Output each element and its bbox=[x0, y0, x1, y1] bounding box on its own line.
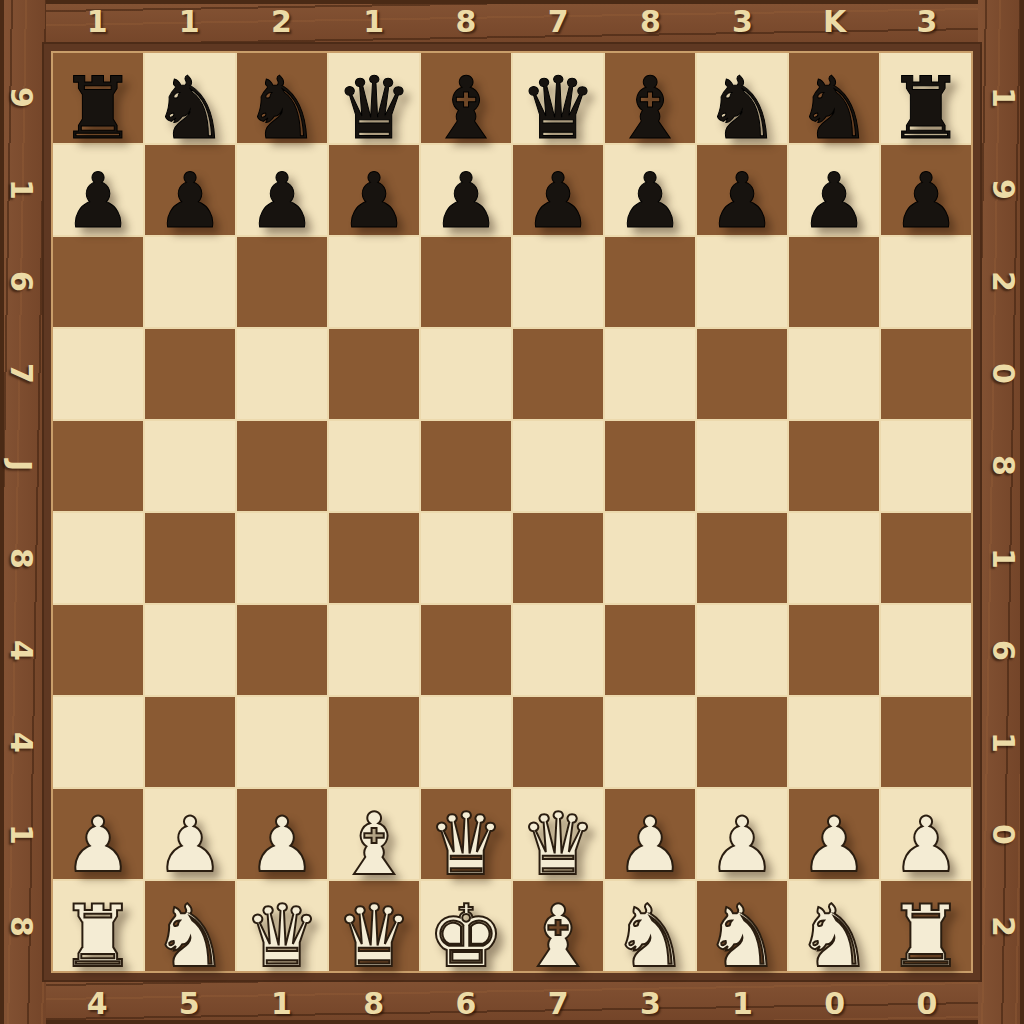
black-pawn[interactable]: ♟ bbox=[892, 163, 960, 239]
square-r1c3[interactable]: ♟ bbox=[329, 145, 419, 235]
square-r6c1[interactable] bbox=[145, 605, 235, 695]
square-r7c1[interactable] bbox=[145, 697, 235, 787]
square-r5c6[interactable] bbox=[605, 513, 695, 603]
rank-label-right-2: 2 bbox=[982, 235, 1024, 327]
square-r9c5[interactable]: ♝ bbox=[513, 881, 603, 971]
rank-label-right-8: 0 bbox=[982, 789, 1024, 881]
rank-label-left-0: 9 bbox=[0, 51, 42, 143]
square-r4c7[interactable] bbox=[697, 421, 787, 511]
white-queen[interactable]: ♛ bbox=[519, 801, 596, 887]
board-inset: ♜♞♞♛♝♛♝♞♞♜♟♟♟♟♟♟♟♟♟♟♟♟♟♝♛♛♟♟♟♟♜♞♛♛♚♝♞♞♞♜ bbox=[42, 42, 982, 982]
file-label-top-0: 1 bbox=[51, 0, 143, 42]
square-r6c8[interactable] bbox=[789, 605, 879, 695]
square-r2c5[interactable] bbox=[513, 237, 603, 327]
rank-label-right-4: 8 bbox=[982, 420, 1024, 512]
square-r8c7[interactable]: ♟ bbox=[697, 789, 787, 879]
square-r9c0[interactable]: ♜ bbox=[53, 881, 143, 971]
square-r5c5[interactable] bbox=[513, 513, 603, 603]
square-r0c5[interactable]: ♛ bbox=[513, 53, 603, 143]
square-r4c6[interactable] bbox=[605, 421, 695, 511]
square-r1c9[interactable]: ♟ bbox=[881, 145, 971, 235]
square-r4c9[interactable] bbox=[881, 421, 971, 511]
black-pawn[interactable]: ♟ bbox=[432, 163, 500, 239]
white-queen[interactable]: ♛ bbox=[427, 801, 504, 887]
square-r6c6[interactable] bbox=[605, 605, 695, 695]
square-r3c1[interactable] bbox=[145, 329, 235, 419]
file-label-bottom-1: 5 bbox=[143, 982, 235, 1024]
square-r9c7[interactable]: ♞ bbox=[697, 881, 787, 971]
file-label-top-9: 3 bbox=[881, 0, 973, 42]
square-r0c8[interactable]: ♞ bbox=[789, 53, 879, 143]
rank-label-right-5: 1 bbox=[982, 512, 1024, 604]
square-r6c7[interactable] bbox=[697, 605, 787, 695]
black-pawn[interactable]: ♟ bbox=[524, 163, 592, 239]
square-r9c6[interactable]: ♞ bbox=[605, 881, 695, 971]
square-r1c6[interactable]: ♟ bbox=[605, 145, 695, 235]
square-r1c5[interactable]: ♟ bbox=[513, 145, 603, 235]
white-pawn[interactable]: ♟ bbox=[892, 807, 960, 883]
file-label-top-4: 8 bbox=[420, 0, 512, 42]
square-r8c3[interactable]: ♝ bbox=[329, 789, 419, 879]
white-knight[interactable]: ♞ bbox=[795, 893, 872, 979]
file-label-top-3: 1 bbox=[328, 0, 420, 42]
rank-label-right-7: 1 bbox=[982, 696, 1024, 788]
black-pawn[interactable]: ♟ bbox=[340, 163, 408, 239]
black-pawn[interactable]: ♟ bbox=[708, 163, 776, 239]
square-r2c7[interactable] bbox=[697, 237, 787, 327]
square-r7c0[interactable] bbox=[53, 697, 143, 787]
white-king[interactable]: ♚ bbox=[427, 893, 504, 979]
file-label-top-5: 7 bbox=[512, 0, 604, 42]
square-r1c2[interactable]: ♟ bbox=[237, 145, 327, 235]
rank-label-right-0: 1 bbox=[982, 51, 1024, 143]
square-r0c3[interactable]: ♛ bbox=[329, 53, 419, 143]
square-r8c2[interactable]: ♟ bbox=[237, 789, 327, 879]
square-r3c2[interactable] bbox=[237, 329, 327, 419]
rank-label-left-3: 7 bbox=[0, 328, 42, 420]
square-r7c8[interactable] bbox=[789, 697, 879, 787]
black-rook[interactable]: ♜ bbox=[887, 65, 964, 151]
square-r0c9[interactable]: ♜ bbox=[881, 53, 971, 143]
square-r7c2[interactable] bbox=[237, 697, 327, 787]
white-bishop[interactable]: ♝ bbox=[335, 801, 412, 887]
square-r4c1[interactable] bbox=[145, 421, 235, 511]
square-r6c4[interactable] bbox=[421, 605, 511, 695]
square-r9c8[interactable]: ♞ bbox=[789, 881, 879, 971]
square-r5c3[interactable] bbox=[329, 513, 419, 603]
rank-label-right-1: 9 bbox=[982, 143, 1024, 235]
black-knight[interactable]: ♞ bbox=[795, 65, 872, 151]
square-r9c2[interactable]: ♛ bbox=[237, 881, 327, 971]
white-pawn[interactable]: ♟ bbox=[156, 807, 224, 883]
square-r5c0[interactable] bbox=[53, 513, 143, 603]
square-r8c0[interactable]: ♟ bbox=[53, 789, 143, 879]
black-pawn[interactable]: ♟ bbox=[156, 163, 224, 239]
square-r8c1[interactable]: ♟ bbox=[145, 789, 235, 879]
file-label-bottom-2: 1 bbox=[235, 982, 327, 1024]
square-r8c4[interactable]: ♛ bbox=[421, 789, 511, 879]
square-r2c1[interactable] bbox=[145, 237, 235, 327]
black-pawn[interactable]: ♟ bbox=[64, 163, 132, 239]
square-r5c1[interactable] bbox=[145, 513, 235, 603]
black-pawn[interactable]: ♟ bbox=[248, 163, 316, 239]
file-label-bottom-6: 3 bbox=[604, 982, 696, 1024]
square-r2c3[interactable] bbox=[329, 237, 419, 327]
square-r0c1[interactable]: ♞ bbox=[145, 53, 235, 143]
square-r6c5[interactable] bbox=[513, 605, 603, 695]
rank-labels-left: 9167J84418 bbox=[0, 51, 42, 973]
file-label-top-6: 8 bbox=[604, 0, 696, 42]
square-r6c3[interactable] bbox=[329, 605, 419, 695]
square-r9c9[interactable]: ♜ bbox=[881, 881, 971, 971]
square-r7c5[interactable] bbox=[513, 697, 603, 787]
square-r3c0[interactable] bbox=[53, 329, 143, 419]
square-r7c9[interactable] bbox=[881, 697, 971, 787]
white-rook[interactable]: ♜ bbox=[887, 893, 964, 979]
white-pawn[interactable]: ♟ bbox=[616, 807, 684, 883]
file-label-bottom-0: 4 bbox=[51, 982, 143, 1024]
square-r3c5[interactable] bbox=[513, 329, 603, 419]
rank-label-left-4: J bbox=[0, 420, 42, 512]
square-r2c6[interactable] bbox=[605, 237, 695, 327]
square-r2c9[interactable] bbox=[881, 237, 971, 327]
square-r1c7[interactable]: ♟ bbox=[697, 145, 787, 235]
square-r9c4[interactable]: ♚ bbox=[421, 881, 511, 971]
square-r8c5[interactable]: ♛ bbox=[513, 789, 603, 879]
white-pawn[interactable]: ♟ bbox=[708, 807, 776, 883]
file-label-top-2: 2 bbox=[235, 0, 327, 42]
square-r5c2[interactable] bbox=[237, 513, 327, 603]
white-knight[interactable]: ♞ bbox=[611, 893, 688, 979]
square-r1c1[interactable]: ♟ bbox=[145, 145, 235, 235]
black-knight[interactable]: ♞ bbox=[151, 65, 228, 151]
square-r8c8[interactable]: ♟ bbox=[789, 789, 879, 879]
square-r0c7[interactable]: ♞ bbox=[697, 53, 787, 143]
file-label-bottom-7: 1 bbox=[696, 982, 788, 1024]
square-r7c7[interactable] bbox=[697, 697, 787, 787]
file-label-bottom-4: 6 bbox=[420, 982, 512, 1024]
white-pawn[interactable]: ♟ bbox=[800, 807, 868, 883]
square-r0c4[interactable]: ♝ bbox=[421, 53, 511, 143]
white-pawn[interactable]: ♟ bbox=[64, 807, 132, 883]
square-r5c4[interactable] bbox=[421, 513, 511, 603]
black-pawn[interactable]: ♟ bbox=[800, 163, 868, 239]
rank-label-right-3: 0 bbox=[982, 328, 1024, 420]
rank-label-left-5: 8 bbox=[0, 512, 42, 604]
square-r2c4[interactable] bbox=[421, 237, 511, 327]
file-labels-top: 11218783K3 bbox=[51, 0, 973, 42]
black-bishop[interactable]: ♝ bbox=[611, 65, 688, 151]
square-r3c4[interactable] bbox=[421, 329, 511, 419]
square-r8c9[interactable]: ♟ bbox=[881, 789, 971, 879]
rank-label-left-2: 6 bbox=[0, 235, 42, 327]
black-rook[interactable]: ♜ bbox=[59, 65, 136, 151]
rank-labels-right: 1920816102 bbox=[982, 51, 1024, 973]
chess-board-screenshot: ♜♞♞♛♝♛♝♞♞♜♟♟♟♟♟♟♟♟♟♟♟♟♟♝♛♛♟♟♟♟♜♞♛♛♚♝♞♞♞♜… bbox=[0, 0, 1024, 1024]
black-bishop[interactable]: ♝ bbox=[427, 65, 504, 151]
rank-label-right-6: 6 bbox=[982, 604, 1024, 696]
square-r6c9[interactable] bbox=[881, 605, 971, 695]
square-r3c8[interactable] bbox=[789, 329, 879, 419]
square-r4c4[interactable] bbox=[421, 421, 511, 511]
square-r4c5[interactable] bbox=[513, 421, 603, 511]
square-r5c7[interactable] bbox=[697, 513, 787, 603]
white-queen[interactable]: ♛ bbox=[243, 893, 320, 979]
square-r3c7[interactable] bbox=[697, 329, 787, 419]
square-r4c8[interactable] bbox=[789, 421, 879, 511]
square-r1c8[interactable]: ♟ bbox=[789, 145, 879, 235]
black-knight[interactable]: ♞ bbox=[243, 65, 320, 151]
square-r3c3[interactable] bbox=[329, 329, 419, 419]
file-label-top-1: 1 bbox=[143, 0, 235, 42]
square-r8c6[interactable]: ♟ bbox=[605, 789, 695, 879]
file-label-top-8: K bbox=[789, 0, 881, 42]
rank-label-left-6: 4 bbox=[0, 604, 42, 696]
rank-label-left-7: 4 bbox=[0, 696, 42, 788]
square-r3c6[interactable] bbox=[605, 329, 695, 419]
white-pawn[interactable]: ♟ bbox=[248, 807, 316, 883]
board-grid: ♜♞♞♛♝♛♝♞♞♜♟♟♟♟♟♟♟♟♟♟♟♟♟♝♛♛♟♟♟♟♜♞♛♛♚♝♞♞♞♜ bbox=[51, 51, 973, 973]
file-labels-bottom: 4518673100 bbox=[51, 982, 973, 1024]
white-bishop[interactable]: ♝ bbox=[519, 893, 596, 979]
square-r9c3[interactable]: ♛ bbox=[329, 881, 419, 971]
square-r7c6[interactable] bbox=[605, 697, 695, 787]
file-label-bottom-5: 7 bbox=[512, 982, 604, 1024]
square-r2c2[interactable] bbox=[237, 237, 327, 327]
black-queen[interactable]: ♛ bbox=[335, 65, 412, 151]
square-r4c3[interactable] bbox=[329, 421, 419, 511]
square-r1c4[interactable]: ♟ bbox=[421, 145, 511, 235]
black-pawn[interactable]: ♟ bbox=[616, 163, 684, 239]
square-r5c9[interactable] bbox=[881, 513, 971, 603]
white-knight[interactable]: ♞ bbox=[151, 893, 228, 979]
square-r2c8[interactable] bbox=[789, 237, 879, 327]
file-label-bottom-9: 0 bbox=[881, 982, 973, 1024]
rank-label-left-9: 8 bbox=[0, 881, 42, 973]
file-label-bottom-8: 0 bbox=[789, 982, 881, 1024]
square-r1c0[interactable]: ♟ bbox=[53, 145, 143, 235]
square-r0c2[interactable]: ♞ bbox=[237, 53, 327, 143]
square-r5c8[interactable] bbox=[789, 513, 879, 603]
black-knight[interactable]: ♞ bbox=[703, 65, 780, 151]
white-queen[interactable]: ♛ bbox=[335, 893, 412, 979]
square-r7c4[interactable] bbox=[421, 697, 511, 787]
white-rook[interactable]: ♜ bbox=[59, 893, 136, 979]
square-r7c3[interactable] bbox=[329, 697, 419, 787]
black-queen[interactable]: ♛ bbox=[519, 65, 596, 151]
white-knight[interactable]: ♞ bbox=[703, 893, 780, 979]
square-r0c6[interactable]: ♝ bbox=[605, 53, 695, 143]
rank-label-right-9: 2 bbox=[982, 881, 1024, 973]
file-label-top-7: 3 bbox=[696, 0, 788, 42]
square-r3c9[interactable] bbox=[881, 329, 971, 419]
square-r0c0[interactable]: ♜ bbox=[53, 53, 143, 143]
square-r6c2[interactable] bbox=[237, 605, 327, 695]
rank-label-left-8: 1 bbox=[0, 789, 42, 881]
rank-label-left-1: 1 bbox=[0, 143, 42, 235]
square-r9c1[interactable]: ♞ bbox=[145, 881, 235, 971]
file-label-bottom-3: 8 bbox=[328, 982, 420, 1024]
square-r4c0[interactable] bbox=[53, 421, 143, 511]
square-r6c0[interactable] bbox=[53, 605, 143, 695]
square-r2c0[interactable] bbox=[53, 237, 143, 327]
square-r4c2[interactable] bbox=[237, 421, 327, 511]
